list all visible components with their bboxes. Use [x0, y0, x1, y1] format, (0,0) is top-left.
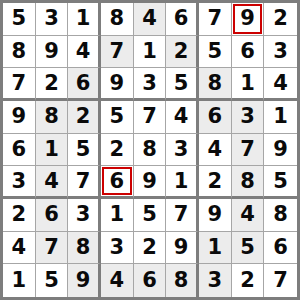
digit-r3c2: 2: [44, 73, 59, 94]
digit-r9c1: 1: [12, 270, 27, 291]
digit-r6c7: 2: [208, 171, 223, 192]
cell-r8c8[interactable]: 5: [232, 232, 265, 265]
digit-r4c3: 2: [76, 106, 91, 127]
cell-r1c9[interactable]: 2: [264, 3, 297, 36]
cell-r1c8[interactable]: 9: [232, 3, 265, 36]
digit-r9c7: 3: [208, 270, 223, 291]
cell-r7c8[interactable]: 4: [232, 199, 265, 232]
digit-r2c6: 2: [174, 41, 189, 62]
cell-r8c7[interactable]: 1: [199, 232, 232, 265]
digit-r5c1: 6: [12, 139, 27, 160]
cell-r1c3[interactable]: 1: [68, 3, 101, 36]
digit-r2c7: 5: [208, 41, 223, 62]
cell-r2c1[interactable]: 8: [3, 36, 36, 69]
cell-r4c7[interactable]: 6: [199, 101, 232, 134]
digit-r9c6: 8: [174, 270, 189, 291]
digit-r4c5: 7: [142, 106, 157, 127]
cell-r9c6[interactable]: 8: [166, 264, 199, 297]
cell-r7c7[interactable]: 9: [199, 199, 232, 232]
digit-r3c5: 3: [142, 73, 157, 94]
cell-r1c7[interactable]: 7: [199, 3, 232, 36]
digit-r9c2: 5: [44, 270, 59, 291]
digit-r6c4: 6: [110, 171, 125, 192]
digit-r8c7: 1: [208, 237, 223, 258]
cell-r2c3[interactable]: 4: [68, 36, 101, 69]
digit-r7c9: 8: [273, 204, 288, 225]
cell-r3c3[interactable]: 6: [68, 68, 101, 101]
cell-r7c6[interactable]: 7: [166, 199, 199, 232]
digit-r7c6: 7: [174, 204, 189, 225]
cell-r8c3[interactable]: 8: [68, 232, 101, 265]
cell-r4c5[interactable]: 7: [134, 101, 167, 134]
cell-r9c4[interactable]: 4: [101, 264, 134, 297]
cell-r7c3[interactable]: 3: [68, 199, 101, 232]
cell-r2c9[interactable]: 3: [264, 36, 297, 69]
digit-r1c6: 6: [174, 8, 189, 29]
cell-r3c2[interactable]: 2: [36, 68, 69, 101]
cell-r8c4[interactable]: 3: [101, 232, 134, 265]
digit-r5c7: 4: [208, 139, 223, 160]
digit-r5c3: 5: [76, 139, 91, 160]
cell-r2c7[interactable]: 5: [199, 36, 232, 69]
cell-r3c9[interactable]: 4: [264, 68, 297, 101]
digit-r7c1: 2: [12, 204, 27, 225]
cell-r4c1[interactable]: 9: [3, 101, 36, 134]
cell-r1c1[interactable]: 5: [3, 3, 36, 36]
cell-r5c9[interactable]: 9: [264, 134, 297, 167]
cell-r3c8[interactable]: 1: [232, 68, 265, 101]
digit-r1c9: 2: [273, 8, 288, 29]
cell-r8c9[interactable]: 6: [264, 232, 297, 265]
cell-r8c2[interactable]: 7: [36, 232, 69, 265]
digit-r1c8: 9: [240, 8, 255, 29]
digit-r2c4: 7: [110, 41, 125, 62]
digit-r2c8: 6: [240, 41, 255, 62]
cell-r2c2[interactable]: 9: [36, 36, 69, 69]
digit-r7c3: 3: [76, 204, 91, 225]
cell-r6c2[interactable]: 4: [36, 166, 69, 199]
cell-r9c2[interactable]: 5: [36, 264, 69, 297]
digit-r7c5: 5: [142, 204, 157, 225]
cell-r7c5[interactable]: 5: [134, 199, 167, 232]
digit-r1c2: 3: [44, 8, 59, 29]
digit-r6c8: 8: [240, 171, 255, 192]
digit-r9c5: 6: [142, 270, 157, 291]
digit-r8c3: 8: [76, 237, 91, 258]
cell-r1c5[interactable]: 4: [134, 3, 167, 36]
cell-r9c3[interactable]: 9: [68, 264, 101, 297]
cell-r6c8[interactable]: 8: [232, 166, 265, 199]
sudoku-board: 5318467928947125637269358149825746316152…: [0, 0, 300, 300]
cell-r9c7[interactable]: 3: [199, 264, 232, 297]
cell-r5c7[interactable]: 4: [199, 134, 232, 167]
cell-r9c1[interactable]: 1: [3, 264, 36, 297]
digit-r2c3: 4: [76, 41, 91, 62]
cell-r7c9[interactable]: 8: [264, 199, 297, 232]
cell-r5c8[interactable]: 7: [232, 134, 265, 167]
digit-r6c1: 3: [12, 171, 27, 192]
digit-r8c8: 5: [240, 237, 255, 258]
digit-r3c3: 6: [76, 73, 91, 94]
digit-r8c5: 2: [142, 237, 157, 258]
cell-r3c1[interactable]: 7: [3, 68, 36, 101]
digit-r6c9: 5: [273, 171, 288, 192]
digit-r3c8: 1: [240, 73, 255, 94]
cell-r3c6[interactable]: 5: [166, 68, 199, 101]
digit-r4c4: 5: [110, 106, 125, 127]
digit-r5c6: 3: [174, 139, 189, 160]
cell-r9c8[interactable]: 2: [232, 264, 265, 297]
digit-r5c2: 1: [44, 139, 59, 160]
cell-r4c3[interactable]: 2: [68, 101, 101, 134]
digit-r7c2: 6: [44, 204, 59, 225]
cell-r1c4[interactable]: 8: [101, 3, 134, 36]
digit-r6c3: 7: [76, 171, 91, 192]
digit-r2c2: 9: [44, 41, 59, 62]
digit-r3c1: 7: [12, 73, 27, 94]
digit-r1c1: 5: [12, 8, 27, 29]
cell-r2c6[interactable]: 2: [166, 36, 199, 69]
cell-r6c9[interactable]: 5: [264, 166, 297, 199]
digit-r8c6: 9: [174, 237, 189, 258]
digit-r4c1: 9: [12, 106, 27, 127]
digit-r8c1: 4: [12, 237, 27, 258]
digit-r4c2: 8: [44, 106, 59, 127]
digit-r1c7: 7: [208, 8, 223, 29]
cell-r8c6[interactable]: 9: [166, 232, 199, 265]
digit-r6c5: 9: [142, 171, 157, 192]
cell-r3c7[interactable]: 8: [199, 68, 232, 101]
digit-r8c4: 3: [110, 237, 125, 258]
cell-r5c6[interactable]: 3: [166, 134, 199, 167]
cell-r2c5[interactable]: 1: [134, 36, 167, 69]
cell-r8c5[interactable]: 2: [134, 232, 167, 265]
cell-r5c5[interactable]: 8: [134, 134, 167, 167]
digit-r6c6: 1: [174, 171, 189, 192]
cell-r2c8[interactable]: 6: [232, 36, 265, 69]
cell-r5c1[interactable]: 6: [3, 134, 36, 167]
cell-r4c9[interactable]: 1: [264, 101, 297, 134]
cell-r9c5[interactable]: 6: [134, 264, 167, 297]
digit-r1c3: 1: [76, 8, 91, 29]
digit-r2c9: 3: [273, 41, 288, 62]
cell-r4c6[interactable]: 4: [166, 101, 199, 134]
digit-r9c8: 2: [240, 270, 255, 291]
cell-r9c9[interactable]: 7: [264, 264, 297, 297]
cell-r2c4[interactable]: 7: [101, 36, 134, 69]
digit-r5c9: 9: [273, 139, 288, 160]
digit-r3c9: 4: [273, 73, 288, 94]
digit-r9c4: 4: [110, 270, 125, 291]
digit-r5c4: 2: [110, 139, 125, 160]
cell-r6c5[interactable]: 9: [134, 166, 167, 199]
cell-r8c1[interactable]: 4: [3, 232, 36, 265]
digit-r3c4: 9: [110, 73, 125, 94]
digit-r2c1: 8: [12, 41, 27, 62]
cell-r4c2[interactable]: 8: [36, 101, 69, 134]
cell-r5c4[interactable]: 2: [101, 134, 134, 167]
digit-r4c6: 4: [174, 106, 189, 127]
cell-r5c3[interactable]: 5: [68, 134, 101, 167]
digit-r4c7: 6: [208, 106, 223, 127]
cell-r1c2[interactable]: 3: [36, 3, 69, 36]
cell-r6c1[interactable]: 3: [3, 166, 36, 199]
digit-r5c8: 7: [240, 139, 255, 160]
digit-r4c9: 1: [273, 106, 288, 127]
digit-r1c5: 4: [142, 8, 157, 29]
digit-r7c8: 4: [240, 204, 255, 225]
digit-r6c2: 4: [44, 171, 59, 192]
digit-r7c7: 9: [208, 204, 223, 225]
digit-r9c3: 9: [76, 270, 91, 291]
digit-r7c4: 1: [110, 204, 125, 225]
cell-r5c2[interactable]: 1: [36, 134, 69, 167]
digit-r4c8: 3: [240, 106, 255, 127]
cell-r6c3[interactable]: 7: [68, 166, 101, 199]
cell-r3c4[interactable]: 9: [101, 68, 134, 101]
cell-r7c1[interactable]: 2: [3, 199, 36, 232]
digit-r3c7: 8: [208, 73, 223, 94]
cell-r3c5[interactable]: 3: [134, 68, 167, 101]
cell-r4c8[interactable]: 3: [232, 101, 265, 134]
digit-r2c5: 1: [142, 41, 157, 62]
cell-r7c4[interactable]: 1: [101, 199, 134, 232]
cell-r6c6[interactable]: 1: [166, 166, 199, 199]
digit-r9c9: 7: [273, 270, 288, 291]
cell-r6c4[interactable]: 6: [101, 166, 134, 199]
digit-r8c9: 6: [273, 237, 288, 258]
cell-r4c4[interactable]: 5: [101, 101, 134, 134]
digit-r3c6: 5: [174, 73, 189, 94]
digit-r5c5: 8: [142, 139, 157, 160]
digit-r1c4: 8: [110, 8, 125, 29]
cell-r7c2[interactable]: 6: [36, 199, 69, 232]
digit-r8c2: 7: [44, 237, 59, 258]
cell-r1c6[interactable]: 6: [166, 3, 199, 36]
cell-r6c7[interactable]: 2: [199, 166, 232, 199]
